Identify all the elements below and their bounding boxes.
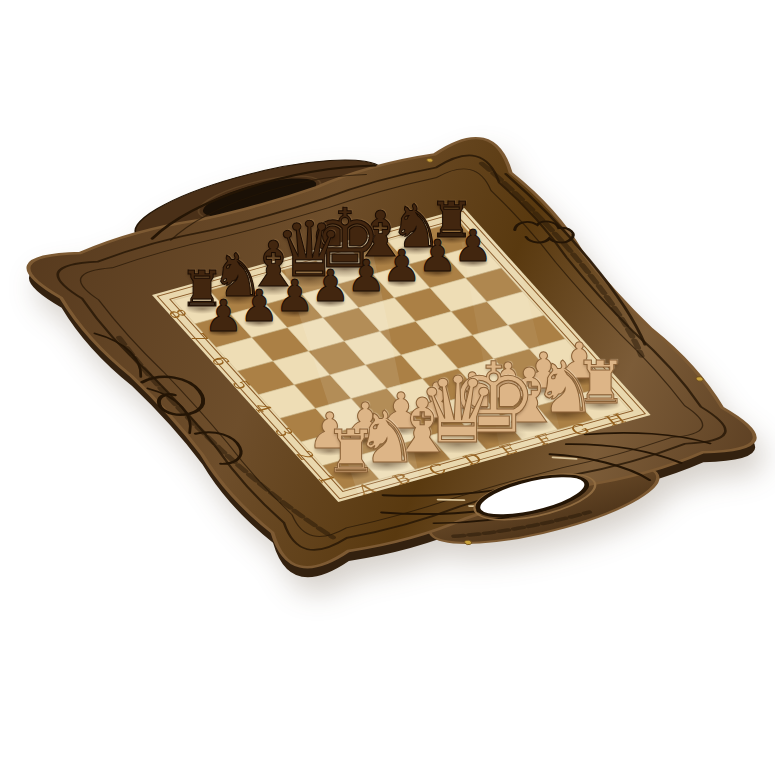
piece-a7[interactable]: ♟ [204, 294, 243, 338]
piece-h7[interactable]: ♟ [453, 224, 492, 268]
piece-e7[interactable]: ♟ [346, 254, 385, 298]
piece-d7[interactable]: ♟ [311, 264, 350, 308]
piece-a1[interactable]: ♜ [325, 422, 378, 481]
piece-b7[interactable]: ♟ [239, 284, 278, 328]
piece-f7[interactable]: ♟ [382, 244, 421, 288]
carved-board-svg: 87654321ABCDEFGH [0, 89, 775, 605]
piece-g7[interactable]: ♟ [418, 234, 457, 278]
piece-c7[interactable]: ♟ [275, 274, 314, 318]
chess-case-scene: 87654321ABCDEFGH ♜♞♝♛♚♝♞♜♟♟♟♟♟♟♟♟♟♟♟♟♟♟♟… [0, 0, 775, 775]
